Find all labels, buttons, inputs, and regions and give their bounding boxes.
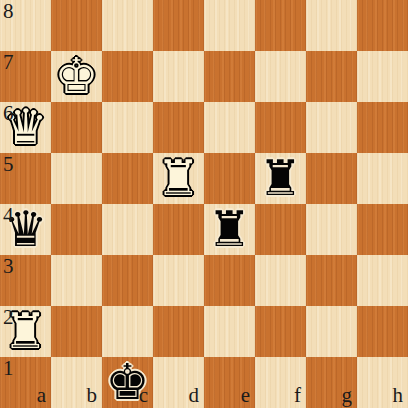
square-g1[interactable]: g xyxy=(306,357,357,408)
rank-label-3: 3 xyxy=(3,256,14,277)
square-b7[interactable]: ♚ xyxy=(51,51,102,102)
square-c1[interactable]: c♚ xyxy=(102,357,153,408)
square-a2[interactable]: 2♜ xyxy=(0,306,51,357)
square-h5[interactable] xyxy=(357,153,408,204)
square-d3[interactable] xyxy=(153,255,204,306)
square-d5[interactable]: ♜ xyxy=(153,153,204,204)
black-king-c1[interactable]: ♚ xyxy=(102,357,153,408)
rank-label-8: 8 xyxy=(3,1,14,22)
square-c6[interactable] xyxy=(102,102,153,153)
black-rook-f5[interactable]: ♜ xyxy=(255,153,306,204)
square-f7[interactable] xyxy=(255,51,306,102)
square-f3[interactable] xyxy=(255,255,306,306)
square-b3[interactable] xyxy=(51,255,102,306)
square-d2[interactable] xyxy=(153,306,204,357)
square-a7[interactable]: 7 xyxy=(0,51,51,102)
square-c7[interactable] xyxy=(102,51,153,102)
square-e7[interactable] xyxy=(204,51,255,102)
square-b8[interactable] xyxy=(51,0,102,51)
square-f6[interactable] xyxy=(255,102,306,153)
square-e5[interactable] xyxy=(204,153,255,204)
square-e3[interactable] xyxy=(204,255,255,306)
square-h8[interactable] xyxy=(357,0,408,51)
square-b6[interactable] xyxy=(51,102,102,153)
square-a1[interactable]: 1a xyxy=(0,357,51,408)
file-label-g: g xyxy=(342,385,353,406)
square-c8[interactable] xyxy=(102,0,153,51)
square-g6[interactable] xyxy=(306,102,357,153)
white-rook-a2[interactable]: ♜ xyxy=(0,306,51,357)
square-d6[interactable] xyxy=(153,102,204,153)
rank-label-1: 1 xyxy=(3,358,14,379)
square-a5[interactable]: 5 xyxy=(0,153,51,204)
file-label-e: e xyxy=(241,385,250,406)
black-rook-e4[interactable]: ♜ xyxy=(204,204,255,255)
square-f8[interactable] xyxy=(255,0,306,51)
square-d8[interactable] xyxy=(153,0,204,51)
square-g4[interactable] xyxy=(306,204,357,255)
square-c4[interactable] xyxy=(102,204,153,255)
square-e2[interactable] xyxy=(204,306,255,357)
square-e1[interactable]: e xyxy=(204,357,255,408)
square-c5[interactable] xyxy=(102,153,153,204)
square-g7[interactable] xyxy=(306,51,357,102)
square-h1[interactable]: h xyxy=(357,357,408,408)
rank-label-7: 7 xyxy=(3,52,14,73)
square-b1[interactable]: b xyxy=(51,357,102,408)
square-g5[interactable] xyxy=(306,153,357,204)
square-f4[interactable] xyxy=(255,204,306,255)
white-king-b7[interactable]: ♚ xyxy=(51,51,102,102)
square-h3[interactable] xyxy=(357,255,408,306)
white-rook-d5[interactable]: ♜ xyxy=(153,153,204,204)
square-g8[interactable] xyxy=(306,0,357,51)
rank-label-5: 5 xyxy=(3,154,14,175)
square-g3[interactable] xyxy=(306,255,357,306)
square-e6[interactable] xyxy=(204,102,255,153)
square-d4[interactable] xyxy=(153,204,204,255)
square-b4[interactable] xyxy=(51,204,102,255)
white-queen-a6[interactable]: ♛ xyxy=(0,102,51,153)
square-h4[interactable] xyxy=(357,204,408,255)
file-label-f: f xyxy=(294,385,301,406)
square-a8[interactable]: 8 xyxy=(0,0,51,51)
square-c3[interactable] xyxy=(102,255,153,306)
square-a3[interactable]: 3 xyxy=(0,255,51,306)
file-label-b: b xyxy=(87,385,98,406)
chess-board: 87♚6♛5♜♜4♛♜32♜1abc♚defgh xyxy=(0,0,408,408)
square-h2[interactable] xyxy=(357,306,408,357)
square-d7[interactable] xyxy=(153,51,204,102)
square-h6[interactable] xyxy=(357,102,408,153)
file-label-d: d xyxy=(189,385,200,406)
black-queen-a4[interactable]: ♛ xyxy=(0,204,51,255)
file-label-a: a xyxy=(37,385,46,406)
square-a6[interactable]: 6♛ xyxy=(0,102,51,153)
square-d1[interactable]: d xyxy=(153,357,204,408)
square-g2[interactable] xyxy=(306,306,357,357)
square-f2[interactable] xyxy=(255,306,306,357)
square-c2[interactable] xyxy=(102,306,153,357)
square-f1[interactable]: f xyxy=(255,357,306,408)
square-b5[interactable] xyxy=(51,153,102,204)
square-e4[interactable]: ♜ xyxy=(204,204,255,255)
file-label-h: h xyxy=(393,385,404,406)
square-b2[interactable] xyxy=(51,306,102,357)
square-e8[interactable] xyxy=(204,0,255,51)
square-h7[interactable] xyxy=(357,51,408,102)
square-a4[interactable]: 4♛ xyxy=(0,204,51,255)
square-f5[interactable]: ♜ xyxy=(255,153,306,204)
